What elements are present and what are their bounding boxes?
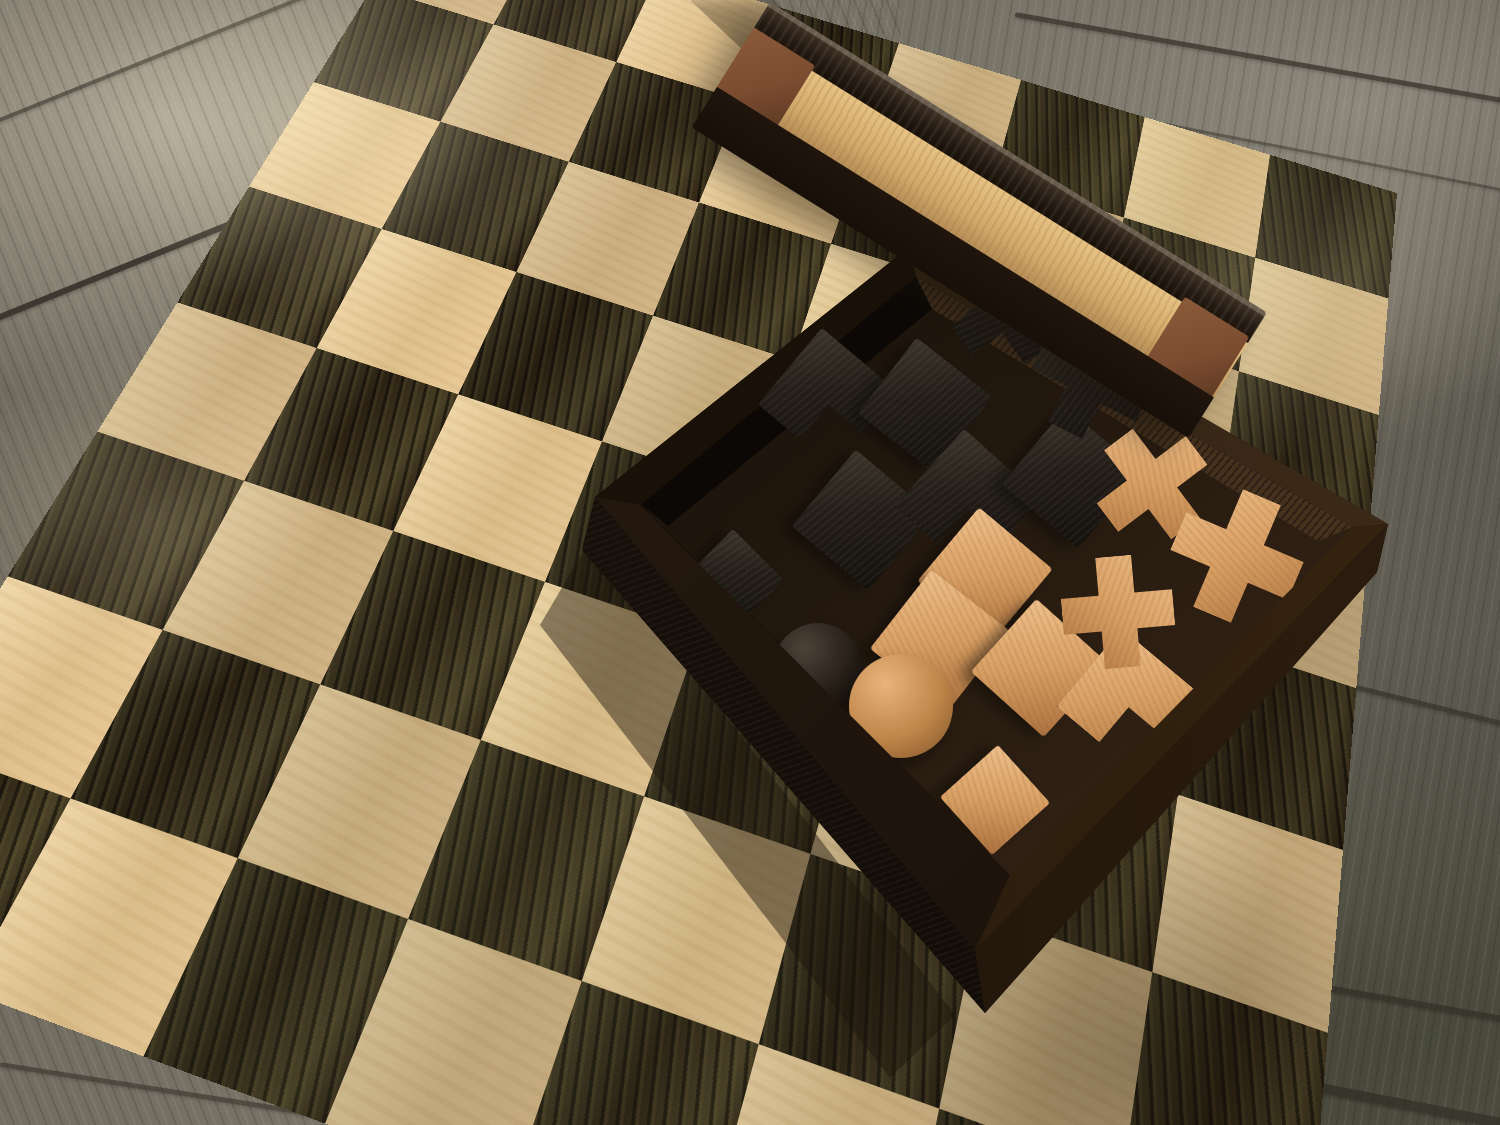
game-pieces-in-box: [0, 0, 1500, 1125]
photo-scene: [0, 0, 1500, 1125]
